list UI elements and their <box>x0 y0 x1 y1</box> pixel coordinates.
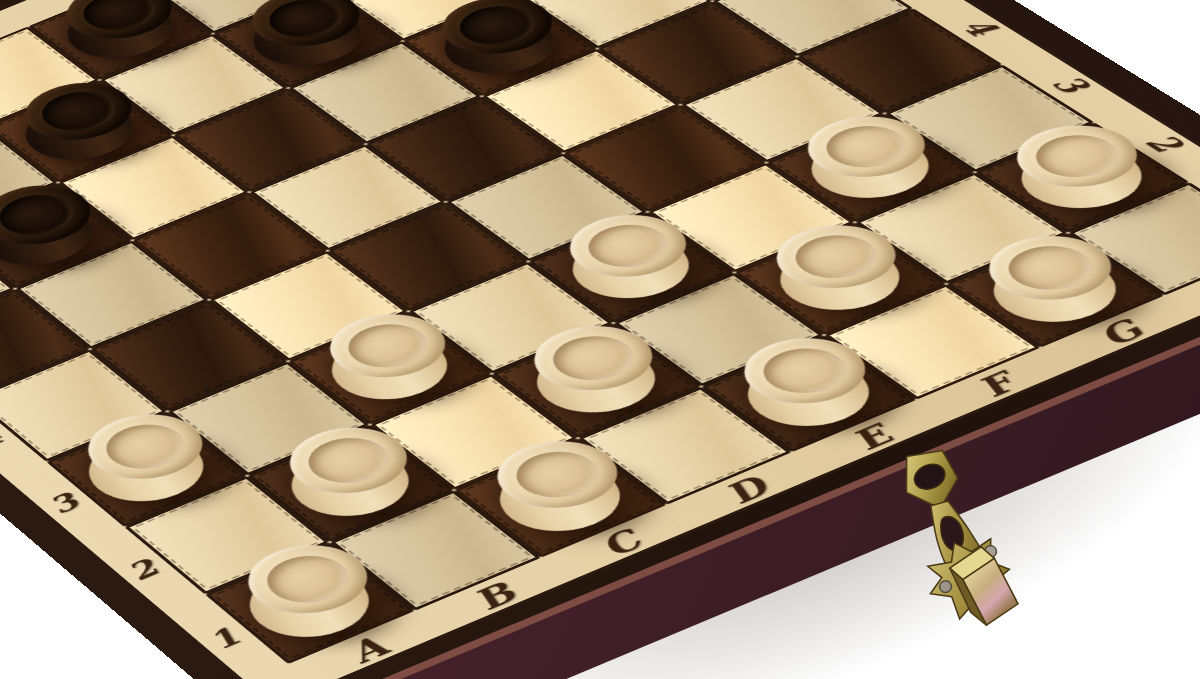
product-photo-stage: ABCDEFGH1122334455667788 <box>0 0 1200 679</box>
